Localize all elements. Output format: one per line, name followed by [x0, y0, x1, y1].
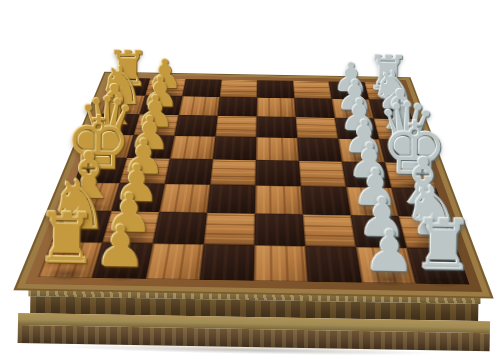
black-pawn[interactable]: ♟: [348, 189, 430, 280]
board-square[interactable]: [218, 97, 257, 117]
board-square[interactable]: [256, 137, 299, 161]
board-square[interactable]: [204, 213, 255, 245]
board-square[interactable]: [210, 159, 256, 185]
board-square[interactable]: [213, 137, 256, 161]
board-square[interactable]: [256, 116, 297, 137]
chess-set: ♜♟♟♜♞♟♟♞♝♟♟♝♛♟♟♛♚♟♟♚♝♟♟♝♞♟♟♞♜♟♟♜: [0, 0, 500, 359]
product-photo: ♜♟♟♜♞♟♟♞♝♟♟♝♛♟♟♛♚♟♟♚♝♟♟♝♞♟♟♞♜♟♟♜: [0, 0, 500, 359]
board-square[interactable]: [220, 80, 258, 98]
board-square[interactable]: [254, 245, 308, 282]
board-square[interactable]: [257, 80, 294, 98]
board-square[interactable]: [257, 98, 296, 118]
board-stage: ♜♟♟♜♞♟♟♞♝♟♟♝♛♟♟♛♚♟♟♚♝♟♟♝♞♟♟♞♜♟♟♜: [73, 0, 439, 343]
white-rook[interactable]: ♜: [25, 183, 107, 274]
board-square[interactable]: [207, 185, 255, 214]
board-square[interactable]: [254, 214, 305, 246]
chess-board: ♜♟♟♜♞♟♟♞♝♟♟♝♛♟♟♛♚♟♟♚♝♟♟♝♞♟♟♞♜♟♟♜: [25, 75, 482, 292]
board-square[interactable]: [215, 116, 256, 137]
board-square[interactable]: [255, 160, 300, 186]
board-square[interactable]: [255, 185, 303, 214]
board-square[interactable]: [200, 244, 255, 281]
